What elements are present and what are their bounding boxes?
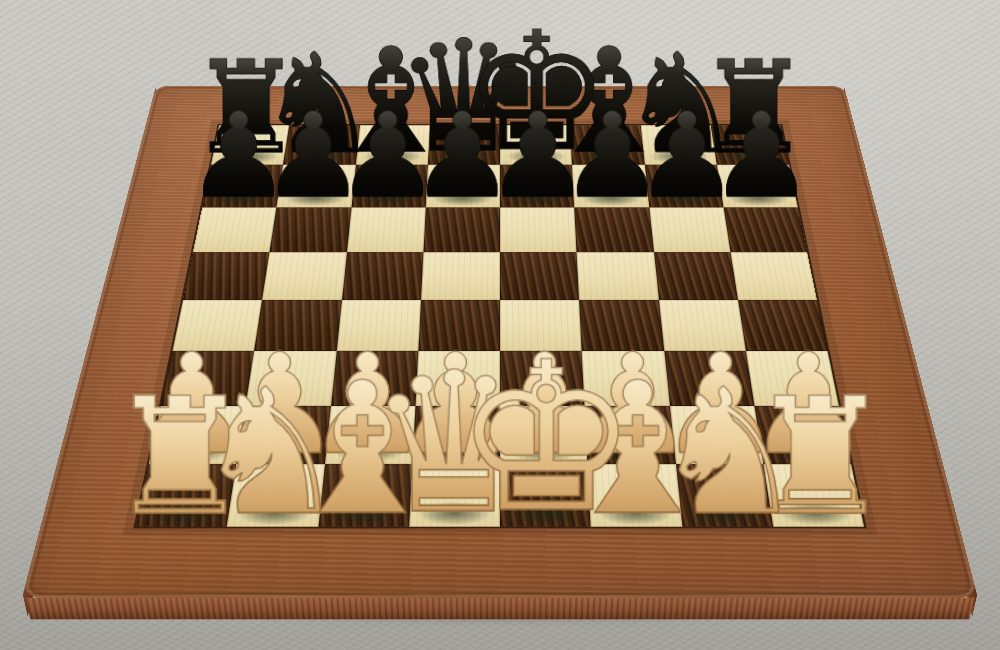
chess-board: ♜♞♝♛♚♝♞♜♟♟♟♟♟♟♟♟♟♟♟♟♟♟♟♟♜♞♝♛♚♝♞♜ <box>22 86 978 598</box>
square-c5 <box>342 252 424 300</box>
piece-black-pawn-h7: ♟ <box>709 97 814 214</box>
square-d5 <box>421 252 500 300</box>
piece-white-king-e1: ♚ <box>453 335 638 541</box>
square-b5 <box>262 252 346 300</box>
square-g5 <box>654 252 738 300</box>
square-f5 <box>577 252 659 300</box>
board-grid: ♜♞♝♛♚♝♞♜♟♟♟♟♟♟♟♟♟♟♟♟♟♟♟♟♜♞♝♛♚♝♞♜ <box>136 125 864 527</box>
square-e1: ♚ <box>500 464 591 527</box>
square-h7: ♟ <box>717 165 798 207</box>
square-a5 <box>183 252 270 300</box>
square-h5 <box>730 252 817 300</box>
carpet-background: ♜♞♝♛♚♝♞♜♟♟♟♟♟♟♟♟♟♟♟♟♟♟♟♟♜♞♝♛♚♝♞♜ <box>0 0 1000 650</box>
square-e5 <box>500 252 579 300</box>
board-front-edge <box>26 598 975 620</box>
